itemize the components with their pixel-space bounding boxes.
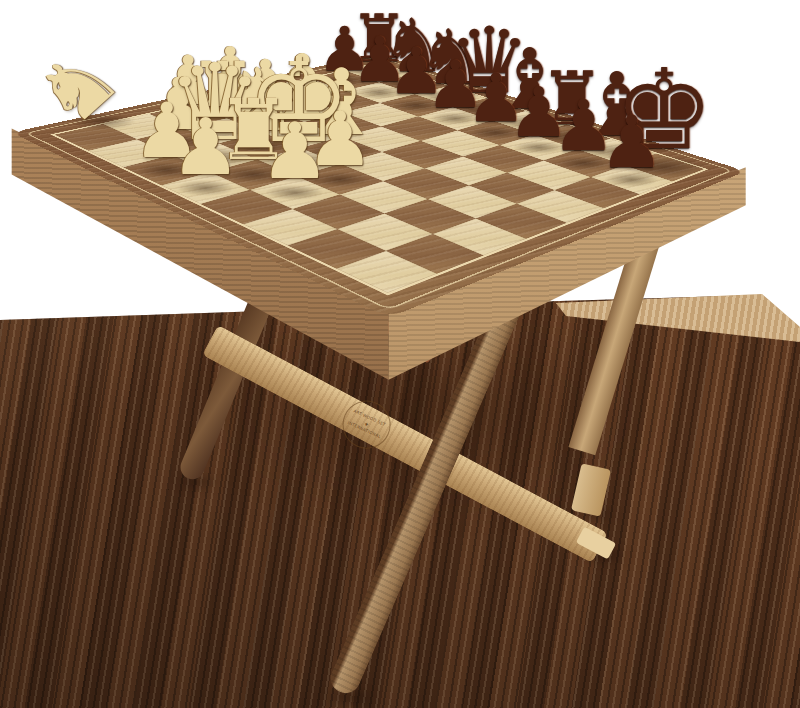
piece-white-pawn[interactable]: ♟ [159,108,253,186]
scene: ART WOOD SET ✦ INTERNATIONAL ♜♞♞♛♝♜♝♚♟♟♟… [0,0,800,708]
piece-white-pawn[interactable]: ♟ [248,113,341,191]
piece-black-pawn[interactable]: ♟ [588,106,675,178]
